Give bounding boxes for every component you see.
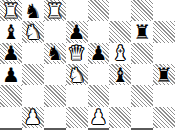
square-g7[interactable] bbox=[131, 0, 153, 21]
white-rook-piece: ♜ bbox=[2, 0, 20, 20]
square-a2[interactable] bbox=[0, 107, 22, 128]
square-h3[interactable] bbox=[153, 85, 175, 106]
black-rook-piece: ♜ bbox=[133, 21, 151, 41]
square-d5[interactable]: ♛ bbox=[66, 43, 88, 64]
square-d7[interactable] bbox=[66, 0, 88, 21]
black-rook-piece: ♜ bbox=[155, 64, 173, 84]
square-h6[interactable] bbox=[153, 21, 175, 42]
square-f7[interactable] bbox=[109, 0, 131, 21]
black-knight-piece: ♞ bbox=[24, 0, 42, 20]
white-pawn-piece: ♟ bbox=[24, 107, 42, 127]
black-pawn-piece: ♟ bbox=[2, 64, 20, 84]
square-g1-sliver bbox=[131, 128, 153, 130]
white-knight-piece: ♞ bbox=[24, 21, 42, 41]
chess-diagram: ♜♞♜♝♞♟♜♟♞♛♟♝♟♞♝♜♟♟ bbox=[0, 0, 175, 130]
square-c5[interactable]: ♞ bbox=[44, 43, 66, 64]
square-c4[interactable] bbox=[44, 64, 66, 85]
square-b3[interactable] bbox=[22, 85, 44, 106]
square-e2[interactable]: ♟ bbox=[88, 107, 110, 128]
square-a4[interactable]: ♟ bbox=[0, 64, 22, 85]
square-b1-sliver bbox=[22, 128, 44, 130]
square-a1-sliver bbox=[0, 128, 22, 130]
square-c3[interactable] bbox=[44, 85, 66, 106]
square-c2[interactable] bbox=[44, 107, 66, 128]
square-e3[interactable] bbox=[88, 85, 110, 106]
white-bishop-piece: ♝ bbox=[111, 43, 129, 63]
square-f2[interactable] bbox=[109, 107, 131, 128]
square-b6[interactable]: ♞ bbox=[22, 21, 44, 42]
square-h7[interactable] bbox=[153, 0, 175, 21]
square-e6[interactable] bbox=[88, 21, 110, 42]
square-h4[interactable]: ♜ bbox=[153, 64, 175, 85]
black-pawn-piece: ♟ bbox=[68, 21, 86, 41]
square-a6[interactable]: ♝ bbox=[0, 21, 22, 42]
square-b7[interactable]: ♞ bbox=[22, 0, 44, 21]
square-f1-sliver bbox=[109, 128, 131, 130]
square-d4[interactable]: ♞ bbox=[66, 64, 88, 85]
square-g4[interactable] bbox=[131, 64, 153, 85]
square-g6[interactable]: ♜ bbox=[131, 21, 153, 42]
square-a7[interactable]: ♜ bbox=[0, 0, 22, 21]
square-c7[interactable]: ♜ bbox=[44, 0, 66, 21]
black-pawn-piece: ♟ bbox=[2, 43, 20, 63]
square-f3[interactable] bbox=[109, 85, 131, 106]
square-a3[interactable] bbox=[0, 85, 22, 106]
white-pawn-piece: ♟ bbox=[89, 107, 107, 127]
square-b4[interactable] bbox=[22, 64, 44, 85]
chess-board: ♜♞♜♝♞♟♜♟♞♛♟♝♟♞♝♜♟♟ bbox=[0, 0, 175, 128]
square-h5[interactable] bbox=[153, 43, 175, 64]
black-bishop-piece: ♝ bbox=[111, 64, 129, 84]
square-d6[interactable]: ♟ bbox=[66, 21, 88, 42]
square-g2[interactable] bbox=[131, 107, 153, 128]
square-f5[interactable]: ♝ bbox=[109, 43, 131, 64]
square-e5[interactable]: ♟ bbox=[88, 43, 110, 64]
white-knight-piece: ♞ bbox=[68, 64, 86, 84]
square-d2[interactable] bbox=[66, 107, 88, 128]
black-knight-piece: ♞ bbox=[46, 43, 64, 63]
square-b2[interactable]: ♟ bbox=[22, 107, 44, 128]
black-pawn-piece: ♟ bbox=[89, 43, 107, 63]
square-e7[interactable] bbox=[88, 0, 110, 21]
square-d3[interactable] bbox=[66, 85, 88, 106]
square-g3[interactable] bbox=[131, 85, 153, 106]
square-h1-sliver bbox=[153, 128, 175, 130]
square-c1-sliver bbox=[44, 128, 66, 130]
square-f6[interactable] bbox=[109, 21, 131, 42]
square-c6[interactable] bbox=[44, 21, 66, 42]
square-d1-sliver bbox=[66, 128, 88, 130]
white-queen-piece: ♛ bbox=[68, 43, 86, 63]
square-b5[interactable] bbox=[22, 43, 44, 64]
square-a5[interactable]: ♟ bbox=[0, 43, 22, 64]
square-f4[interactable]: ♝ bbox=[109, 64, 131, 85]
square-h2[interactable] bbox=[153, 107, 175, 128]
square-g5[interactable] bbox=[131, 43, 153, 64]
rank1-cropped-sliver bbox=[0, 128, 175, 130]
square-e4[interactable] bbox=[88, 64, 110, 85]
black-bishop-piece: ♝ bbox=[2, 21, 20, 41]
square-e1-sliver bbox=[88, 128, 110, 130]
white-rook-piece: ♜ bbox=[46, 0, 64, 20]
